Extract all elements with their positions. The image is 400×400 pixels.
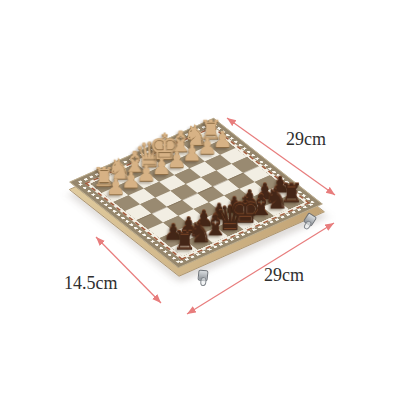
dimension-label-folded-height: 14.5cm bbox=[64, 273, 118, 294]
dimension-label-depth: 29cm bbox=[264, 265, 304, 286]
piece-white-pawn: ♟ bbox=[212, 129, 232, 151]
product-photo-canvas: { "game": "chess", "scene_type": "produc… bbox=[0, 0, 400, 400]
dimension-label-width: 29cm bbox=[286, 129, 326, 150]
board-square: ♜ bbox=[278, 193, 305, 209]
latch-icon bbox=[197, 270, 208, 282]
board-frame: ♜♞♝♛♚♝♞♜♟♟♟♟♟♟♟♟♟♟♟♟♟♟♟♟♜♞♝♛♚♝♞♜ bbox=[69, 118, 323, 268]
piece-black-rook: ♜ bbox=[279, 180, 302, 206]
